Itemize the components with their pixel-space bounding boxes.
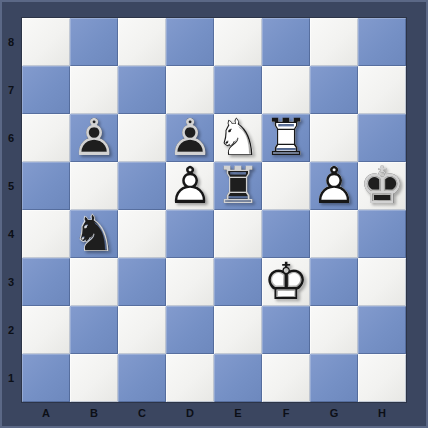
piece-black-pawn-d6[interactable]: ♟︎♙︎ xyxy=(166,114,214,162)
square-c6[interactable] xyxy=(118,114,166,162)
piece-white-pawn-g5[interactable]: ♟︎♙︎ xyxy=(310,162,358,210)
square-g7[interactable] xyxy=(310,66,358,114)
square-d1[interactable] xyxy=(166,354,214,402)
square-d8[interactable] xyxy=(166,18,214,66)
square-c3[interactable] xyxy=(118,258,166,306)
square-b7[interactable] xyxy=(70,66,118,114)
rank-labels: 87654321 xyxy=(0,18,22,402)
square-f3[interactable]: ♚︎♔︎ xyxy=(262,258,310,306)
square-h4[interactable] xyxy=(358,210,406,258)
square-d5[interactable]: ♟︎♙︎ xyxy=(166,162,214,210)
file-label-d: D xyxy=(166,402,214,424)
square-e3[interactable] xyxy=(214,258,262,306)
square-d4[interactable] xyxy=(166,210,214,258)
square-a7[interactable] xyxy=(22,66,70,114)
square-c5[interactable] xyxy=(118,162,166,210)
square-h7[interactable] xyxy=(358,66,406,114)
square-e6[interactable]: ♞︎♘︎ xyxy=(214,114,262,162)
square-e7[interactable] xyxy=(214,66,262,114)
square-a6[interactable] xyxy=(22,114,70,162)
piece-white-king-f3[interactable]: ♚︎♔︎ xyxy=(262,258,310,306)
square-h3[interactable] xyxy=(358,258,406,306)
square-e4[interactable] xyxy=(214,210,262,258)
square-f1[interactable] xyxy=(262,354,310,402)
square-d6[interactable]: ♟︎♙︎ xyxy=(166,114,214,162)
square-b3[interactable] xyxy=(70,258,118,306)
file-label-f: F xyxy=(262,402,310,424)
square-f8[interactable] xyxy=(262,18,310,66)
white-king-glyph-outline: ♔︎ xyxy=(262,258,310,306)
file-labels: ABCDEFGH xyxy=(22,402,406,424)
square-b5[interactable] xyxy=(70,162,118,210)
square-f4[interactable] xyxy=(262,210,310,258)
square-d7[interactable] xyxy=(166,66,214,114)
square-b6[interactable]: ♟︎♙︎ xyxy=(70,114,118,162)
square-g6[interactable] xyxy=(310,114,358,162)
square-a8[interactable] xyxy=(22,18,70,66)
file-label-e: E xyxy=(214,402,262,424)
square-d2[interactable] xyxy=(166,306,214,354)
white-rook-glyph-outline: ♖︎ xyxy=(262,114,310,162)
square-g5[interactable]: ♟︎♙︎ xyxy=(310,162,358,210)
square-d3[interactable] xyxy=(166,258,214,306)
piece-black-rook-e5[interactable]: ♜︎♖︎ xyxy=(214,162,262,210)
black-rook-glyph-outline: ♖︎ xyxy=(214,162,262,210)
square-e1[interactable] xyxy=(214,354,262,402)
rank-label-3: 3 xyxy=(0,258,22,306)
square-b4[interactable]: ♞︎♘︎ xyxy=(70,210,118,258)
square-f6[interactable]: ♜︎♖︎ xyxy=(262,114,310,162)
rank-label-4: 4 xyxy=(0,210,22,258)
piece-black-pawn-b6[interactable]: ♟︎♙︎ xyxy=(70,114,118,162)
square-b2[interactable] xyxy=(70,306,118,354)
square-g4[interactable] xyxy=(310,210,358,258)
square-f2[interactable] xyxy=(262,306,310,354)
square-a4[interactable] xyxy=(22,210,70,258)
black-pawn-glyph-outline: ♙︎ xyxy=(166,114,214,162)
square-a1[interactable] xyxy=(22,354,70,402)
square-h5[interactable]: ♚︎♔︎ xyxy=(358,162,406,210)
square-e8[interactable] xyxy=(214,18,262,66)
square-a5[interactable] xyxy=(22,162,70,210)
square-c1[interactable] xyxy=(118,354,166,402)
square-a2[interactable] xyxy=(22,306,70,354)
square-c8[interactable] xyxy=(118,18,166,66)
rank-label-6: 6 xyxy=(0,114,22,162)
rank-label-5: 5 xyxy=(0,162,22,210)
chess-board: ♟︎♙︎♟︎♙︎♞︎♘︎♜︎♖︎♟︎♙︎♜︎♖︎♟︎♙︎♚︎♔︎♞︎♘︎♚︎♔︎ xyxy=(22,18,406,402)
rank-label-2: 2 xyxy=(0,306,22,354)
square-h8[interactable] xyxy=(358,18,406,66)
square-g8[interactable] xyxy=(310,18,358,66)
square-f5[interactable] xyxy=(262,162,310,210)
chessboard-frame: 87654321 ABCDEFGH ♟︎♙︎♟︎♙︎♞︎♘︎♜︎♖︎♟︎♙︎♜︎… xyxy=(0,0,428,428)
square-h6[interactable] xyxy=(358,114,406,162)
piece-white-pawn-d5[interactable]: ♟︎♙︎ xyxy=(166,162,214,210)
square-g3[interactable] xyxy=(310,258,358,306)
file-label-b: B xyxy=(70,402,118,424)
square-a3[interactable] xyxy=(22,258,70,306)
file-label-c: C xyxy=(118,402,166,424)
white-knight-glyph-outline: ♘︎ xyxy=(214,114,262,162)
white-pawn-glyph-outline: ♙︎ xyxy=(310,162,358,210)
square-c7[interactable] xyxy=(118,66,166,114)
square-b8[interactable] xyxy=(70,18,118,66)
square-b1[interactable] xyxy=(70,354,118,402)
black-knight-glyph-outline: ♘︎ xyxy=(70,210,118,258)
piece-black-knight-b4[interactable]: ♞︎♘︎ xyxy=(70,210,118,258)
piece-white-rook-f6[interactable]: ♜︎♖︎ xyxy=(262,114,310,162)
square-c4[interactable] xyxy=(118,210,166,258)
white-pawn-glyph-outline: ♙︎ xyxy=(166,162,214,210)
rank-label-8: 8 xyxy=(0,18,22,66)
square-c2[interactable] xyxy=(118,306,166,354)
file-label-a: A xyxy=(22,402,70,424)
square-g1[interactable] xyxy=(310,354,358,402)
square-g2[interactable] xyxy=(310,306,358,354)
piece-white-knight-e6[interactable]: ♞︎♘︎ xyxy=(214,114,262,162)
rank-label-7: 7 xyxy=(0,66,22,114)
square-e5[interactable]: ♜︎♖︎ xyxy=(214,162,262,210)
file-label-g: G xyxy=(310,402,358,424)
piece-black-king-h5[interactable]: ♚︎♔︎ xyxy=(358,162,406,210)
square-f7[interactable] xyxy=(262,66,310,114)
black-pawn-glyph-outline: ♙︎ xyxy=(70,114,118,162)
square-h2[interactable] xyxy=(358,306,406,354)
file-label-h: H xyxy=(358,402,406,424)
black-king-glyph-outline: ♔︎ xyxy=(358,162,406,210)
square-h1[interactable] xyxy=(358,354,406,402)
rank-label-1: 1 xyxy=(0,354,22,402)
square-e2[interactable] xyxy=(214,306,262,354)
